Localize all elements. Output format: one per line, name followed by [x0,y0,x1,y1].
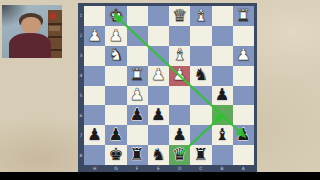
webcam-overlay [2,5,62,58]
square-f8[interactable]: ♜ [127,145,148,165]
white-queen: ♛ [172,8,187,25]
square-c1[interactable]: ♝ [190,6,211,26]
square-e7[interactable] [148,125,169,145]
square-h3[interactable] [84,46,105,66]
black-rook: ♜ [130,147,145,164]
black-pawn: ♟ [130,107,145,124]
square-g8[interactable]: ♚ [105,145,126,165]
square-f4[interactable]: ♜ [127,66,148,86]
square-e2[interactable] [148,26,169,46]
square-d4[interactable]: ♟ [169,66,190,86]
square-b4[interactable] [212,66,233,86]
white-pawn: ♟ [236,47,251,64]
square-b2[interactable] [212,26,233,46]
black-pawn: ♟ [215,87,230,104]
square-c7[interactable] [190,125,211,145]
square-d5[interactable] [169,86,190,106]
file-label-h: h [84,165,105,172]
white-bishop: ♝ [172,47,187,64]
square-d1[interactable]: ♛ [169,6,190,26]
square-a3[interactable]: ♟ [233,46,254,66]
white-knight: ♞ [108,47,123,64]
black-pawn: ♟ [172,127,187,144]
square-b7[interactable]: ♝ [212,125,233,145]
square-f3[interactable] [127,46,148,66]
black-bishop: ♝ [215,127,230,144]
file-label-b: b [212,165,233,172]
file-label-d: d [169,165,190,172]
square-h2[interactable]: ♟ [84,26,105,46]
square-f2[interactable] [127,26,148,46]
white-bishop: ♝ [193,8,208,25]
square-g4[interactable] [105,66,126,86]
square-d6[interactable] [169,105,190,125]
square-c8[interactable]: ♜ [190,145,211,165]
square-g2[interactable]: ♟ [105,26,126,46]
square-a4[interactable] [233,66,254,86]
square-d2[interactable] [169,26,190,46]
black-pawn: ♟ [108,127,123,144]
square-b1[interactable] [212,6,233,26]
white-pawn: ♟ [151,67,166,84]
square-b6[interactable] [212,105,233,125]
video-frame: 12345678 hgfedcba ♚♛♝♜♟♟♞♝♟♜♟♟♞♟♟♟♟♟♟♟♝♟… [0,0,320,180]
white-rook: ♜ [236,8,251,25]
square-c3[interactable] [190,46,211,66]
white-pawn: ♟ [172,67,187,84]
square-b3[interactable] [212,46,233,66]
square-e5[interactable] [148,86,169,106]
black-king: ♚ [108,147,123,164]
square-a1[interactable]: ♜ [233,6,254,26]
board-grid: ♚♛♝♜♟♟♞♝♟♜♟♟♞♟♟♟♟♟♟♟♝♟♚♜♞♛♜ [84,6,254,165]
square-e1[interactable] [148,6,169,26]
square-g1[interactable]: ♚ [105,6,126,26]
black-rook: ♜ [193,147,208,164]
square-g5[interactable] [105,86,126,106]
square-d3[interactable]: ♝ [169,46,190,66]
file-label-c: c [190,165,211,172]
square-h7[interactable]: ♟ [84,125,105,145]
black-queen: ♛ [172,147,187,164]
square-f7[interactable] [127,125,148,145]
square-c6[interactable] [190,105,211,125]
black-pawn: ♟ [87,127,102,144]
white-king: ♚ [108,8,123,25]
square-e3[interactable] [148,46,169,66]
square-c2[interactable] [190,26,211,46]
white-pawn: ♟ [108,28,123,45]
square-c4[interactable]: ♞ [190,66,211,86]
square-h5[interactable] [84,86,105,106]
square-a7[interactable]: ♟ [233,125,254,145]
square-g6[interactable] [105,105,126,125]
file-label-g: g [105,165,126,172]
black-knight: ♞ [193,67,208,84]
black-knight: ♞ [151,147,166,164]
square-f1[interactable] [127,6,148,26]
file-label-a: a [233,165,254,172]
file-label-f: f [127,165,148,172]
square-a6[interactable] [233,105,254,125]
square-h8[interactable] [84,145,105,165]
square-g3[interactable]: ♞ [105,46,126,66]
square-c5[interactable] [190,86,211,106]
square-e4[interactable]: ♟ [148,66,169,86]
black-pawn: ♟ [151,107,166,124]
shelf-edge [48,23,62,25]
square-e8[interactable]: ♞ [148,145,169,165]
shelf-edge [48,36,62,38]
square-h1[interactable] [84,6,105,26]
file-labels: hgfedcba [84,165,254,172]
square-h4[interactable] [84,66,105,86]
square-a2[interactable] [233,26,254,46]
square-f6[interactable]: ♟ [127,105,148,125]
shelf-red-item [50,13,56,19]
streamer-shirt [9,33,51,58]
shelf-box-item [49,26,60,31]
square-d7[interactable]: ♟ [169,125,190,145]
square-b8[interactable] [212,145,233,165]
square-h6[interactable] [84,105,105,125]
square-a5[interactable] [233,86,254,106]
black-pawn: ♟ [236,127,251,144]
chess-board: 12345678 hgfedcba ♚♛♝♜♟♟♞♝♟♜♟♟♞♟♟♟♟♟♟♟♝♟… [78,3,257,172]
square-g7[interactable]: ♟ [105,125,126,145]
square-b5[interactable]: ♟ [212,86,233,106]
white-pawn: ♟ [87,28,102,45]
square-a8[interactable] [233,145,254,165]
letterbox-bar [0,172,320,180]
streamer-face [21,17,41,34]
square-d8[interactable]: ♛ [169,145,190,165]
square-f5[interactable]: ♟ [127,86,148,106]
white-pawn: ♟ [130,87,145,104]
square-e6[interactable]: ♟ [148,105,169,125]
white-rook: ♜ [130,67,145,84]
file-label-e: e [148,165,169,172]
